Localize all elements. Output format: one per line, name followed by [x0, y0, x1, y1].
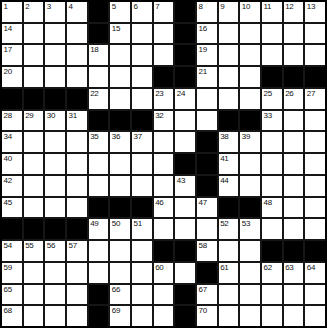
cell-r3c2[interactable]: [24, 45, 44, 65]
cell-r15c10[interactable]: 70: [197, 306, 217, 326]
cell-r5c13[interactable]: 25: [262, 89, 282, 109]
cell-r4c1[interactable]: 20: [2, 67, 22, 87]
cell-r14c15[interactable]: [305, 285, 325, 305]
clue-number: 30: [47, 111, 55, 120]
cell-r10c3[interactable]: [45, 198, 65, 218]
clue-number: 68: [4, 306, 12, 315]
block-cell-r2c5: [89, 24, 109, 44]
cell-r1c12[interactable]: 10: [240, 2, 260, 22]
cell-r8c11[interactable]: 41: [219, 154, 239, 174]
cell-r1c10[interactable]: 8: [197, 2, 217, 22]
clue-number: 50: [112, 219, 120, 228]
cell-r3c11[interactable]: [219, 45, 239, 65]
cell-r15c1[interactable]: 68: [2, 306, 22, 326]
cell-r11c9[interactable]: [175, 219, 195, 239]
clue-number: 25: [263, 89, 271, 98]
block-cell-r9c10: [197, 176, 217, 196]
cell-r15c11[interactable]: [219, 306, 239, 326]
cell-r8c8[interactable]: [154, 154, 174, 174]
clue-number: 64: [307, 263, 315, 272]
cell-r4c5[interactable]: [89, 67, 109, 87]
cell-r13c4[interactable]: [67, 263, 87, 283]
clue-number: 34: [4, 132, 12, 141]
cell-r3c7[interactable]: [132, 45, 152, 65]
block-cell-r6c5: [89, 111, 109, 131]
clue-number: 6: [133, 2, 137, 11]
cell-r4c10[interactable]: 21: [197, 67, 217, 87]
cell-r11c15[interactable]: [305, 219, 325, 239]
cell-r9c13[interactable]: [262, 176, 282, 196]
cell-r3c13[interactable]: [262, 45, 282, 65]
clue-number: 57: [68, 241, 76, 250]
block-cell-r12c15: [305, 241, 325, 261]
cell-r5c7[interactable]: [132, 89, 152, 109]
block-cell-r2c9: [175, 24, 195, 44]
cell-r12c1[interactable]: 54: [2, 241, 22, 261]
cell-r3c5[interactable]: 18: [89, 45, 109, 65]
cell-r13c15[interactable]: 64: [305, 263, 325, 283]
cell-r2c13[interactable]: [262, 24, 282, 44]
clue-number: 24: [177, 89, 185, 98]
clue-number: 4: [68, 2, 72, 11]
clue-number: 31: [68, 111, 76, 120]
clue-number: 37: [133, 132, 141, 141]
cell-r2c8[interactable]: [154, 24, 174, 44]
cell-r4c2[interactable]: [24, 67, 44, 87]
cell-r14c11[interactable]: [219, 285, 239, 305]
clue-number: 69: [112, 306, 120, 315]
clue-number: 21: [198, 67, 206, 76]
cell-r9c5[interactable]: [89, 176, 109, 196]
clue-number: 2: [25, 2, 29, 11]
cell-r1c14[interactable]: 12: [284, 2, 304, 22]
cell-r9c15[interactable]: [305, 176, 325, 196]
cell-r3c1[interactable]: 17: [2, 45, 22, 65]
cell-r2c3[interactable]: [45, 24, 65, 44]
cell-r2c14[interactable]: [284, 24, 304, 44]
block-cell-r12c14: [284, 241, 304, 261]
clue-number: 61: [220, 263, 228, 272]
block-cell-r8c10: [197, 154, 217, 174]
cell-r13c11[interactable]: 61: [219, 263, 239, 283]
cell-r14c7[interactable]: [132, 285, 152, 305]
clue-number: 49: [90, 219, 98, 228]
cell-r14c4[interactable]: [67, 285, 87, 305]
block-cell-r5c1: [2, 89, 22, 109]
cell-r7c11[interactable]: 38: [219, 132, 239, 152]
cell-r6c2[interactable]: 29: [24, 111, 44, 131]
cell-r15c8[interactable]: [154, 306, 174, 326]
cell-r5c11[interactable]: [219, 89, 239, 109]
clue-number: 32: [155, 111, 163, 120]
cell-r10c2[interactable]: [24, 198, 44, 218]
clue-number: 38: [220, 132, 228, 141]
cell-r11c5[interactable]: 49: [89, 219, 109, 239]
clue-number: 12: [285, 2, 293, 11]
cell-r12c3[interactable]: 56: [45, 241, 65, 261]
clue-number: 46: [155, 198, 163, 207]
block-cell-r5c4: [67, 89, 87, 109]
cell-r4c3[interactable]: [45, 67, 65, 87]
cell-r1c8[interactable]: 7: [154, 2, 174, 22]
cell-r15c12[interactable]: [240, 306, 260, 326]
cell-r12c12[interactable]: [240, 241, 260, 261]
cell-r12c4[interactable]: 57: [67, 241, 87, 261]
cell-r9c12[interactable]: [240, 176, 260, 196]
cell-r2c4[interactable]: [67, 24, 87, 44]
cell-r1c6[interactable]: 5: [110, 2, 130, 22]
block-cell-r11c3: [45, 219, 65, 239]
cell-r10c10[interactable]: 47: [197, 198, 217, 218]
cell-r5c8[interactable]: 23: [154, 89, 174, 109]
cell-r3c10[interactable]: 19: [197, 45, 217, 65]
cell-r8c6[interactable]: [110, 154, 130, 174]
cell-r1c2[interactable]: 2: [24, 2, 44, 22]
cell-r3c12[interactable]: [240, 45, 260, 65]
cell-r10c15[interactable]: [305, 198, 325, 218]
clue-number: 11: [263, 2, 271, 11]
block-cell-r10c5: [89, 198, 109, 218]
cell-r7c3[interactable]: [45, 132, 65, 152]
clue-number: 36: [112, 132, 120, 141]
cell-r6c8[interactable]: 32: [154, 111, 174, 131]
block-cell-r10c11: [219, 198, 239, 218]
clue-number: 56: [47, 241, 55, 250]
cell-r13c14[interactable]: 63: [284, 263, 304, 283]
cell-r3c3[interactable]: [45, 45, 65, 65]
clue-number: 26: [285, 89, 293, 98]
cell-r13c1[interactable]: 59: [2, 263, 22, 283]
cell-r9c1[interactable]: 42: [2, 176, 22, 196]
cell-r7c6[interactable]: 36: [110, 132, 130, 152]
block-cell-r3c9: [175, 45, 195, 65]
cell-r13c9[interactable]: [175, 263, 195, 283]
clue-number: 35: [90, 132, 98, 141]
clue-number: 39: [242, 132, 250, 141]
cell-r14c14[interactable]: [284, 285, 304, 305]
cell-r11c6[interactable]: 50: [110, 219, 130, 239]
cell-r11c12[interactable]: 53: [240, 219, 260, 239]
cell-r8c3[interactable]: [45, 154, 65, 174]
clue-number: 44: [220, 176, 228, 185]
cell-r6c4[interactable]: 31: [67, 111, 87, 131]
block-cell-r1c5: [89, 2, 109, 22]
cell-r8c15[interactable]: [305, 154, 325, 174]
clue-number: 23: [155, 89, 163, 98]
cell-r7c2[interactable]: [24, 132, 44, 152]
cell-r15c7[interactable]: [132, 306, 152, 326]
block-cell-r6c11: [219, 111, 239, 131]
cell-r11c10[interactable]: [197, 219, 217, 239]
block-cell-r11c1: [2, 219, 22, 239]
cell-r2c11[interactable]: [219, 24, 239, 44]
block-cell-r12c8: [154, 241, 174, 261]
cell-r1c7[interactable]: 6: [132, 2, 152, 22]
block-cell-r5c3: [45, 89, 65, 109]
block-cell-r7c10: [197, 132, 217, 152]
cell-r2c10[interactable]: 16: [197, 24, 217, 44]
cell-r5c15[interactable]: 27: [305, 89, 325, 109]
clue-number: 51: [133, 219, 141, 228]
cell-r9c2[interactable]: [24, 176, 44, 196]
clue-number: 17: [4, 45, 12, 54]
clue-number: 10: [242, 2, 250, 11]
clue-number: 40: [4, 154, 12, 163]
clue-number: 3: [47, 2, 51, 11]
block-cell-r10c6: [110, 198, 130, 218]
cell-r14c13[interactable]: [262, 285, 282, 305]
clue-number: 13: [307, 2, 315, 11]
cell-r13c12[interactable]: [240, 263, 260, 283]
cell-r9c14[interactable]: [284, 176, 304, 196]
cell-r1c3[interactable]: 3: [45, 2, 65, 22]
block-cell-r6c6: [110, 111, 130, 131]
block-cell-r8c9: [175, 154, 195, 174]
cell-r8c1[interactable]: 40: [2, 154, 22, 174]
block-cell-r4c9: [175, 67, 195, 87]
clue-number: 33: [263, 111, 271, 120]
cell-r15c4[interactable]: [67, 306, 87, 326]
clue-number: 54: [4, 241, 12, 250]
cell-r11c14[interactable]: [284, 219, 304, 239]
clue-number: 15: [112, 24, 120, 33]
clue-number: 22: [90, 89, 98, 98]
block-cell-r15c5: [89, 306, 109, 326]
cell-r13c2[interactable]: [24, 263, 44, 283]
cell-r8c12[interactable]: [240, 154, 260, 174]
cell-r7c4[interactable]: [67, 132, 87, 152]
cell-r6c10[interactable]: [197, 111, 217, 131]
cell-r13c3[interactable]: [45, 263, 65, 283]
cell-r7c8[interactable]: [154, 132, 174, 152]
cell-r12c7[interactable]: [132, 241, 152, 261]
cell-r4c7[interactable]: [132, 67, 152, 87]
cell-r5c10[interactable]: [197, 89, 217, 109]
block-cell-r1c9: [175, 2, 195, 22]
cell-r2c15[interactable]: [305, 24, 325, 44]
cell-r4c11[interactable]: [219, 67, 239, 87]
cell-r9c6[interactable]: [110, 176, 130, 196]
cell-r7c14[interactable]: [284, 132, 304, 152]
block-cell-r14c5: [89, 285, 109, 305]
clue-number: 29: [25, 111, 33, 120]
clue-number: 5: [112, 2, 116, 11]
cell-r9c3[interactable]: [45, 176, 65, 196]
cell-r1c1[interactable]: 1: [2, 2, 22, 22]
cell-r8c14[interactable]: [284, 154, 304, 174]
cell-r12c5[interactable]: [89, 241, 109, 261]
cell-r6c14[interactable]: [284, 111, 304, 131]
cell-r13c8[interactable]: 60: [154, 263, 174, 283]
cell-r3c6[interactable]: [110, 45, 130, 65]
cell-r4c12[interactable]: [240, 67, 260, 87]
clue-number: 58: [198, 241, 206, 250]
block-cell-r4c14: [284, 67, 304, 87]
cell-r6c15[interactable]: [305, 111, 325, 131]
block-cell-r6c7: [132, 111, 152, 131]
block-cell-r14c9: [175, 285, 195, 305]
cell-r14c2[interactable]: [24, 285, 44, 305]
cell-r15c13[interactable]: [262, 306, 282, 326]
cell-r8c5[interactable]: [89, 154, 109, 174]
cell-r7c5[interactable]: 35: [89, 132, 109, 152]
block-cell-r11c2: [24, 219, 44, 239]
cell-r13c13[interactable]: 62: [262, 263, 282, 283]
clue-number: 66: [112, 285, 120, 294]
cell-r12c6[interactable]: [110, 241, 130, 261]
crossword-board: 1234567891011121314151617181920212223242…: [0, 0, 327, 328]
clue-number: 43: [177, 176, 185, 185]
clue-number: 45: [4, 198, 12, 207]
clue-number: 28: [4, 111, 12, 120]
cell-r14c3[interactable]: [45, 285, 65, 305]
clue-number: 63: [285, 263, 293, 272]
cell-r1c4[interactable]: 4: [67, 2, 87, 22]
cell-r9c8[interactable]: [154, 176, 174, 196]
clue-number: 53: [242, 219, 250, 228]
cell-r10c8[interactable]: 46: [154, 198, 174, 218]
cell-r2c1[interactable]: 14: [2, 24, 22, 44]
block-cell-r12c9: [175, 241, 195, 261]
cell-r15c2[interactable]: [24, 306, 44, 326]
cell-r7c15[interactable]: [305, 132, 325, 152]
cell-r7c12[interactable]: 39: [240, 132, 260, 152]
cell-r9c4[interactable]: [67, 176, 87, 196]
clue-number: 62: [263, 263, 271, 272]
cell-r12c11[interactable]: [219, 241, 239, 261]
cell-r4c4[interactable]: [67, 67, 87, 87]
cell-r5c6[interactable]: [110, 89, 130, 109]
clue-number: 42: [4, 176, 12, 185]
block-cell-r6c12: [240, 111, 260, 131]
cell-r7c1[interactable]: 34: [2, 132, 22, 152]
block-cell-r15c9: [175, 306, 195, 326]
block-cell-r5c2: [24, 89, 44, 109]
cell-r2c12[interactable]: [240, 24, 260, 44]
cell-r12c10[interactable]: 58: [197, 241, 217, 261]
cell-r8c13[interactable]: [262, 154, 282, 174]
cell-r5c14[interactable]: 26: [284, 89, 304, 109]
cell-r13c5[interactable]: [89, 263, 109, 283]
cell-r3c14[interactable]: [284, 45, 304, 65]
block-cell-r4c15: [305, 67, 325, 87]
block-cell-r4c8: [154, 67, 174, 87]
clue-number: 1: [4, 2, 8, 11]
cell-r8c2[interactable]: [24, 154, 44, 174]
cell-r7c13[interactable]: [262, 132, 282, 152]
clue-number: 52: [220, 219, 228, 228]
clue-number: 16: [198, 24, 206, 33]
cell-r5c12[interactable]: [240, 89, 260, 109]
cell-r7c9[interactable]: [175, 132, 195, 152]
cell-r10c13[interactable]: 48: [262, 198, 282, 218]
cell-r10c4[interactable]: [67, 198, 87, 218]
clue-number: 59: [4, 263, 12, 272]
cell-r3c4[interactable]: [67, 45, 87, 65]
cell-r15c14[interactable]: [284, 306, 304, 326]
block-cell-r11c4: [67, 219, 87, 239]
cell-r10c1[interactable]: 45: [2, 198, 22, 218]
cell-r8c7[interactable]: [132, 154, 152, 174]
clue-number: 19: [198, 45, 206, 54]
cell-r6c13[interactable]: 33: [262, 111, 282, 131]
cell-r2c2[interactable]: [24, 24, 44, 44]
cell-r13c7[interactable]: [132, 263, 152, 283]
clue-number: 8: [198, 2, 202, 11]
cell-r10c9[interactable]: [175, 198, 195, 218]
cell-r3c15[interactable]: [305, 45, 325, 65]
cell-r6c9[interactable]: [175, 111, 195, 131]
cell-r5c5[interactable]: 22: [89, 89, 109, 109]
block-cell-r12c13: [262, 241, 282, 261]
clue-number: 48: [263, 198, 271, 207]
cell-r14c10[interactable]: 67: [197, 285, 217, 305]
cell-r15c3[interactable]: [45, 306, 65, 326]
clue-number: 55: [25, 241, 33, 250]
clue-number: 60: [155, 263, 163, 272]
clue-number: 65: [4, 285, 12, 294]
cell-r13c6[interactable]: [110, 263, 130, 283]
cell-r4c6[interactable]: [110, 67, 130, 87]
cell-r9c11[interactable]: 44: [219, 176, 239, 196]
cell-r8c4[interactable]: [67, 154, 87, 174]
cell-r1c13[interactable]: 11: [262, 2, 282, 22]
clue-number: 20: [4, 67, 12, 76]
cell-r14c12[interactable]: [240, 285, 260, 305]
cell-r15c6[interactable]: 69: [110, 306, 130, 326]
cell-r11c7[interactable]: 51: [132, 219, 152, 239]
cell-r10c14[interactable]: [284, 198, 304, 218]
cell-r14c6[interactable]: 66: [110, 285, 130, 305]
cell-r9c7[interactable]: [132, 176, 152, 196]
cell-r2c7[interactable]: [132, 24, 152, 44]
cell-r3c8[interactable]: [154, 45, 174, 65]
clue-number: 47: [198, 198, 206, 207]
cell-r1c11[interactable]: 9: [219, 2, 239, 22]
cell-r1c15[interactable]: 13: [305, 2, 325, 22]
cell-r2c6[interactable]: 15: [110, 24, 130, 44]
cell-r5c9[interactable]: 24: [175, 89, 195, 109]
clue-number: 27: [307, 89, 315, 98]
cell-r9c9[interactable]: 43: [175, 176, 195, 196]
block-cell-r10c12: [240, 198, 260, 218]
cell-r11c8[interactable]: [154, 219, 174, 239]
block-cell-r10c7: [132, 198, 152, 218]
clue-number: 7: [155, 2, 159, 11]
clue-number: 70: [198, 306, 206, 315]
clue-number: 67: [198, 285, 206, 294]
block-cell-r13c10: [197, 263, 217, 283]
block-cell-r4c13: [262, 67, 282, 87]
clue-number: 18: [90, 45, 98, 54]
clue-number: 14: [4, 24, 12, 33]
cell-r14c8[interactable]: [154, 285, 174, 305]
cell-r12c2[interactable]: 55: [24, 241, 44, 261]
cell-r15c15[interactable]: [305, 306, 325, 326]
cell-r6c3[interactable]: 30: [45, 111, 65, 131]
cell-r11c13[interactable]: [262, 219, 282, 239]
cell-r7c7[interactable]: 37: [132, 132, 152, 152]
cell-r14c1[interactable]: 65: [2, 285, 22, 305]
cell-r11c11[interactable]: 52: [219, 219, 239, 239]
clue-number: 41: [220, 154, 228, 163]
clue-number: 9: [220, 2, 224, 11]
cell-r6c1[interactable]: 28: [2, 111, 22, 131]
